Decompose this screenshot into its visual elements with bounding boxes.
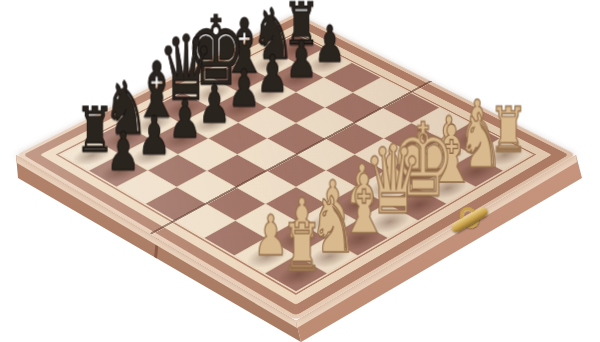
chessboard-grid: ♜♞♝♛♚♝♞♜♟♟♟♟♟♟♟♟♟♟♟♟♟♟♟♟♜♞♝♛♚♝♞♜: [61, 35, 531, 292]
chessboard-3d-scene: ♜♞♝♛♚♝♞♜♟♟♟♟♟♟♟♟♟♟♟♟♟♟♟♟♜♞♝♛♚♝♞♜: [16, 14, 576, 321]
piece-black-pawn[interactable]: ♟: [67, 124, 180, 177]
product-photo-stage: ♜♞♝♛♚♝♞♜♟♟♟♟♟♟♟♟♟♟♟♟♟♟♟♟♜♞♝♛♚♝♞♜: [0, 0, 600, 342]
board-face: ♜♞♝♛♚♝♞♜♟♟♟♟♟♟♟♟♟♟♟♟♟♟♟♟♜♞♝♛♚♝♞♜: [16, 14, 576, 321]
piece-white-rook[interactable]: ♜: [243, 215, 362, 281]
